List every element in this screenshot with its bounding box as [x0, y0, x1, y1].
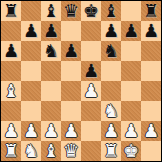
square-f3[interactable]: ♞: [101, 101, 121, 121]
white-pawn-e4: ♟: [81, 81, 101, 101]
square-h6[interactable]: [141, 41, 161, 61]
white-rook-a1: ♜: [1, 141, 21, 161]
square-g3[interactable]: [121, 101, 141, 121]
square-c6[interactable]: ♞: [41, 41, 61, 61]
white-pawn-d2: ♟: [61, 121, 81, 141]
square-h4[interactable]: [141, 81, 161, 101]
square-b7[interactable]: ♟: [21, 21, 41, 41]
black-rook-a8: ♜: [1, 1, 21, 21]
white-bishop-c1: ♝: [41, 141, 61, 161]
black-rook-h8: ♜: [141, 1, 161, 21]
square-f1[interactable]: ♜: [101, 141, 121, 161]
square-a2[interactable]: ♟: [1, 121, 21, 141]
white-pawn-a2: ♟: [1, 121, 21, 141]
square-a6[interactable]: ♟: [1, 41, 21, 61]
white-pawn-b2: ♟: [21, 121, 41, 141]
square-e6[interactable]: [81, 41, 101, 61]
square-a1[interactable]: ♜: [1, 141, 21, 161]
square-g4[interactable]: [121, 81, 141, 101]
square-b6[interactable]: [21, 41, 41, 61]
square-a5[interactable]: [1, 61, 21, 81]
square-b1[interactable]: ♞: [21, 141, 41, 161]
black-pawn-f7: ♟: [101, 21, 121, 41]
square-b8[interactable]: [21, 1, 41, 21]
square-g8[interactable]: [121, 1, 141, 21]
square-e2[interactable]: [81, 121, 101, 141]
black-knight-f6: ♞: [101, 41, 121, 61]
square-a7[interactable]: [1, 21, 21, 41]
square-d2[interactable]: ♟: [61, 121, 81, 141]
black-pawn-d6: ♟: [61, 41, 81, 61]
square-a4[interactable]: ♝: [1, 81, 21, 101]
square-e8[interactable]: ♚: [81, 1, 101, 21]
square-h7[interactable]: ♟: [141, 21, 161, 41]
square-f2[interactable]: ♟: [101, 121, 121, 141]
square-c4[interactable]: [41, 81, 61, 101]
black-pawn-e5: ♟: [81, 61, 101, 81]
square-c8[interactable]: ♝: [41, 1, 61, 21]
square-b2[interactable]: ♟: [21, 121, 41, 141]
white-pawn-f2: ♟: [101, 121, 121, 141]
square-a8[interactable]: ♜: [1, 1, 21, 21]
square-d5[interactable]: [61, 61, 81, 81]
square-c1[interactable]: ♝: [41, 141, 61, 161]
square-d4[interactable]: [61, 81, 81, 101]
black-bishop-f8: ♝: [101, 1, 121, 21]
square-f7[interactable]: ♟: [101, 21, 121, 41]
square-h8[interactable]: ♜: [141, 1, 161, 21]
chess-board: ♜♝♛♚♝♜♟♟♟♟♟♟♞♟♞♟♝♟♞♟♟♟♟♟♟♟♜♞♝♛♜♚: [0, 0, 162, 162]
square-h1[interactable]: [141, 141, 161, 161]
white-pawn-g2: ♟: [121, 121, 141, 141]
white-knight-b1: ♞: [21, 141, 41, 161]
square-f4[interactable]: [101, 81, 121, 101]
square-f5[interactable]: [101, 61, 121, 81]
white-pawn-c2: ♟: [41, 121, 61, 141]
square-e4[interactable]: ♟: [81, 81, 101, 101]
square-h5[interactable]: [141, 61, 161, 81]
square-e7[interactable]: [81, 21, 101, 41]
black-pawn-a6: ♟: [1, 41, 21, 61]
square-e1[interactable]: [81, 141, 101, 161]
square-d8[interactable]: ♛: [61, 1, 81, 21]
square-b5[interactable]: [21, 61, 41, 81]
square-g6[interactable]: [121, 41, 141, 61]
black-pawn-h7: ♟: [141, 21, 161, 41]
square-e5[interactable]: ♟: [81, 61, 101, 81]
square-d6[interactable]: ♟: [61, 41, 81, 61]
square-g5[interactable]: [121, 61, 141, 81]
square-e3[interactable]: [81, 101, 101, 121]
white-king-g1: ♚: [121, 141, 141, 161]
black-king-e8: ♚: [81, 1, 101, 21]
black-pawn-c7: ♟: [41, 21, 61, 41]
white-knight-f3: ♞: [101, 101, 121, 121]
black-pawn-b7: ♟: [21, 21, 41, 41]
square-b4[interactable]: [21, 81, 41, 101]
square-c2[interactable]: ♟: [41, 121, 61, 141]
square-f6[interactable]: ♞: [101, 41, 121, 61]
black-bishop-c8: ♝: [41, 1, 61, 21]
square-d1[interactable]: ♛: [61, 141, 81, 161]
square-g2[interactable]: ♟: [121, 121, 141, 141]
square-a3[interactable]: [1, 101, 21, 121]
square-b3[interactable]: [21, 101, 41, 121]
black-queen-d8: ♛: [61, 1, 81, 21]
white-bishop-a4: ♝: [1, 81, 21, 101]
white-rook-f1: ♜: [101, 141, 121, 161]
white-queen-d1: ♛: [61, 141, 81, 161]
square-d7[interactable]: [61, 21, 81, 41]
black-knight-c6: ♞: [41, 41, 61, 61]
white-pawn-h2: ♟: [141, 121, 161, 141]
square-c5[interactable]: [41, 61, 61, 81]
black-pawn-g7: ♟: [121, 21, 141, 41]
square-c3[interactable]: [41, 101, 61, 121]
square-f8[interactable]: ♝: [101, 1, 121, 21]
square-g1[interactable]: ♚: [121, 141, 141, 161]
square-d3[interactable]: [61, 101, 81, 121]
square-c7[interactable]: ♟: [41, 21, 61, 41]
square-g7[interactable]: ♟: [121, 21, 141, 41]
square-h3[interactable]: [141, 101, 161, 121]
square-h2[interactable]: ♟: [141, 121, 161, 141]
